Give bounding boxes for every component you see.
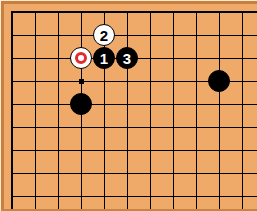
- grid-line-horizontal: [11, 173, 257, 174]
- board-edge-highlight-left: [0, 0, 1, 211]
- white-stone: [70, 47, 92, 69]
- black-stone: 3: [116, 47, 138, 69]
- black-stone: [70, 93, 92, 115]
- grid-line-horizontal: [11, 150, 257, 151]
- board-edge-band-top: [1, 1, 257, 4]
- grid-line-vertical: [242, 11, 243, 211]
- grid-line-vertical: [127, 11, 128, 211]
- grid-line-vertical: [196, 11, 197, 211]
- grid-line-horizontal: [11, 104, 257, 105]
- grid-line-vertical: [173, 11, 174, 211]
- grid-line-horizontal: [11, 196, 257, 197]
- black-stone: 1: [93, 47, 115, 69]
- red-circle-marker: [75, 52, 87, 64]
- grid-line-vertical: [150, 11, 151, 211]
- move-number-label: 2: [100, 28, 108, 43]
- grid-line-vertical: [58, 11, 59, 211]
- board-bottom-shade: [1, 209, 257, 211]
- move-number-label: 1: [100, 51, 108, 66]
- white-stone: 2: [93, 24, 115, 46]
- go-board: 213: [0, 0, 257, 211]
- grid-line-vertical: [219, 11, 220, 211]
- black-stone: [208, 70, 230, 92]
- go-board-diagram: 213: [0, 0, 257, 211]
- grid-line-horizontal: [11, 127, 257, 128]
- grid-line-horizontal: [11, 35, 257, 36]
- grid-line-horizontal: [11, 11, 257, 13]
- grid-line-vertical: [35, 11, 36, 211]
- board-edge-band-left: [1, 1, 4, 211]
- board-edge-highlight-top: [0, 0, 257, 1]
- move-number-label: 3: [123, 51, 131, 66]
- grid-line-vertical: [11, 11, 13, 211]
- star-point: [79, 79, 84, 84]
